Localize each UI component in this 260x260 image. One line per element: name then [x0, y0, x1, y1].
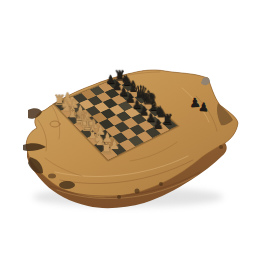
white-rook[interactable]: ♜	[100, 141, 112, 156]
chess-set-photo: ♜♞♝♛♚♝♞♜♟♟♟♟♟♟♟♟♟♟♟♟♟♟♟♟♜♞♝♛♚♝♞♜ ♟ ♟	[0, 0, 260, 260]
off-board-black-pawn[interactable]: ♟	[198, 101, 209, 114]
black-pawn[interactable]: ♟	[152, 118, 163, 130]
board-area: ♜♞♝♛♚♝♞♜♟♟♟♟♟♟♟♟♟♟♟♟♟♟♟♟♜♞♝♛♚♝♞♜	[65, 64, 167, 166]
